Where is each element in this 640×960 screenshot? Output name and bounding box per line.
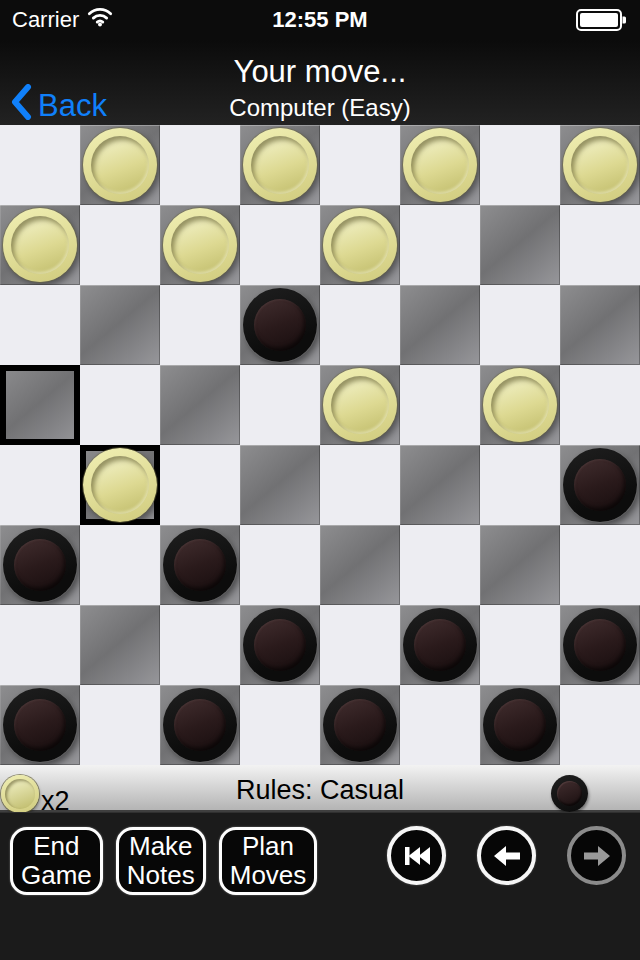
- yellow-checker[interactable]: [163, 208, 237, 282]
- board-square-r0c2: [160, 125, 240, 205]
- status-bar: Carrier 12:55 PM: [0, 0, 640, 40]
- black-checker[interactable]: [163, 688, 237, 762]
- yellow-checker[interactable]: [83, 448, 157, 522]
- black-checker[interactable]: [3, 688, 77, 762]
- yellow-checker[interactable]: [323, 368, 397, 442]
- board-square-r5c5: [400, 525, 480, 605]
- page-title: Your move...: [0, 54, 640, 90]
- board-square-r0c0: [0, 125, 80, 205]
- black-checker[interactable]: [3, 528, 77, 602]
- board-square-r2c2: [160, 285, 240, 365]
- black-checker[interactable]: [563, 448, 637, 522]
- board-square-r7c4[interactable]: [320, 685, 400, 765]
- board-square-r5c7: [560, 525, 640, 605]
- board-square-r0c3[interactable]: [240, 125, 320, 205]
- rewind-icon: [401, 840, 433, 872]
- board-square-r3c7: [560, 365, 640, 445]
- board-square-r2c1[interactable]: [80, 285, 160, 365]
- board-square-r2c6: [480, 285, 560, 365]
- board-square-r1c5: [400, 205, 480, 285]
- board-square-r3c2[interactable]: [160, 365, 240, 445]
- board-square-r2c4: [320, 285, 400, 365]
- board-square-r3c5: [400, 365, 480, 445]
- black-checker[interactable]: [323, 688, 397, 762]
- board-square-r6c2: [160, 605, 240, 685]
- board-square-r7c2[interactable]: [160, 685, 240, 765]
- yellow-checker[interactable]: [83, 128, 157, 202]
- board-square-r1c4[interactable]: [320, 205, 400, 285]
- app-screen: Carrier 12:55 PM: [0, 0, 640, 960]
- board-square-r4c5[interactable]: [400, 445, 480, 525]
- yellow-checker[interactable]: [563, 128, 637, 202]
- board-square-r7c3: [240, 685, 320, 765]
- board-square-r2c5[interactable]: [400, 285, 480, 365]
- board-square-r3c0[interactable]: [0, 365, 80, 445]
- board-square-r6c6: [480, 605, 560, 685]
- clock: 12:55 PM: [0, 7, 640, 33]
- board-square-r3c6[interactable]: [480, 365, 560, 445]
- nav-bar: Back Your move... Computer (Easy): [0, 40, 640, 125]
- board-square-r5c0[interactable]: [0, 525, 80, 605]
- board-square-r0c4: [320, 125, 400, 205]
- board-square-r1c7: [560, 205, 640, 285]
- board-square-r4c1[interactable]: [80, 445, 160, 525]
- board-square-r4c6: [480, 445, 560, 525]
- info-bar: x2 Rules: Casual: [0, 765, 640, 812]
- checkers-board: [0, 125, 640, 765]
- yellow-checker[interactable]: [483, 368, 557, 442]
- board-square-r7c0[interactable]: [0, 685, 80, 765]
- battery-icon: [576, 9, 626, 35]
- end-game-button[interactable]: End Game: [10, 827, 103, 895]
- board-square-r6c5[interactable]: [400, 605, 480, 685]
- board-square-r4c3[interactable]: [240, 445, 320, 525]
- board-square-r4c4: [320, 445, 400, 525]
- yellow-checker[interactable]: [323, 208, 397, 282]
- board-square-r6c3[interactable]: [240, 605, 320, 685]
- black-checker[interactable]: [243, 288, 317, 362]
- board-square-r0c7[interactable]: [560, 125, 640, 205]
- make-notes-button[interactable]: Make Notes: [116, 827, 206, 895]
- arrow-right-icon: [580, 839, 614, 873]
- board-square-r7c1: [80, 685, 160, 765]
- previous-move-button[interactable]: [477, 826, 536, 885]
- black-checker[interactable]: [483, 688, 557, 762]
- board-square-r0c5[interactable]: [400, 125, 480, 205]
- board-square-r5c1: [80, 525, 160, 605]
- board-square-r7c6[interactable]: [480, 685, 560, 765]
- yellow-checker[interactable]: [243, 128, 317, 202]
- black-checker[interactable]: [563, 608, 637, 682]
- board-square-r5c4[interactable]: [320, 525, 400, 605]
- board-square-r7c5: [400, 685, 480, 765]
- board-square-r1c6[interactable]: [480, 205, 560, 285]
- board-square-r1c1: [80, 205, 160, 285]
- rules-label: Rules: Casual: [0, 775, 640, 806]
- board-square-r5c3: [240, 525, 320, 605]
- board-square-r5c2[interactable]: [160, 525, 240, 605]
- board-square-r4c2: [160, 445, 240, 525]
- plan-moves-button[interactable]: Plan Moves: [219, 827, 318, 895]
- black-checker[interactable]: [403, 608, 477, 682]
- board-square-r1c2[interactable]: [160, 205, 240, 285]
- board-square-r2c7[interactable]: [560, 285, 640, 365]
- black-checker[interactable]: [163, 528, 237, 602]
- opponent-label: Computer (Easy): [0, 94, 640, 122]
- board-square-r3c3: [240, 365, 320, 445]
- board-square-r5c6[interactable]: [480, 525, 560, 605]
- board-square-r2c3[interactable]: [240, 285, 320, 365]
- toolbar: End Game Make Notes Plan Moves: [0, 812, 640, 960]
- board-square-r3c1: [80, 365, 160, 445]
- yellow-checker[interactable]: [403, 128, 477, 202]
- board-square-r0c1[interactable]: [80, 125, 160, 205]
- board-square-r6c7[interactable]: [560, 605, 640, 685]
- board-square-r3c4[interactable]: [320, 365, 400, 445]
- rewind-to-start-button[interactable]: [387, 826, 446, 885]
- captured-black-checker: [551, 775, 588, 812]
- next-move-button[interactable]: [567, 826, 626, 885]
- yellow-checker[interactable]: [3, 208, 77, 282]
- board-square-r4c7[interactable]: [560, 445, 640, 525]
- board-square-r6c0: [0, 605, 80, 685]
- board-square-r2c0: [0, 285, 80, 365]
- black-checker[interactable]: [243, 608, 317, 682]
- board-square-r1c3: [240, 205, 320, 285]
- board-square-r4c0: [0, 445, 80, 525]
- board-square-r6c4: [320, 605, 400, 685]
- arrow-left-icon: [490, 839, 524, 873]
- board-square-r0c6: [480, 125, 560, 205]
- board-square-r7c7: [560, 685, 640, 765]
- board-square-r6c1[interactable]: [80, 605, 160, 685]
- board-square-r1c0[interactable]: [0, 205, 80, 285]
